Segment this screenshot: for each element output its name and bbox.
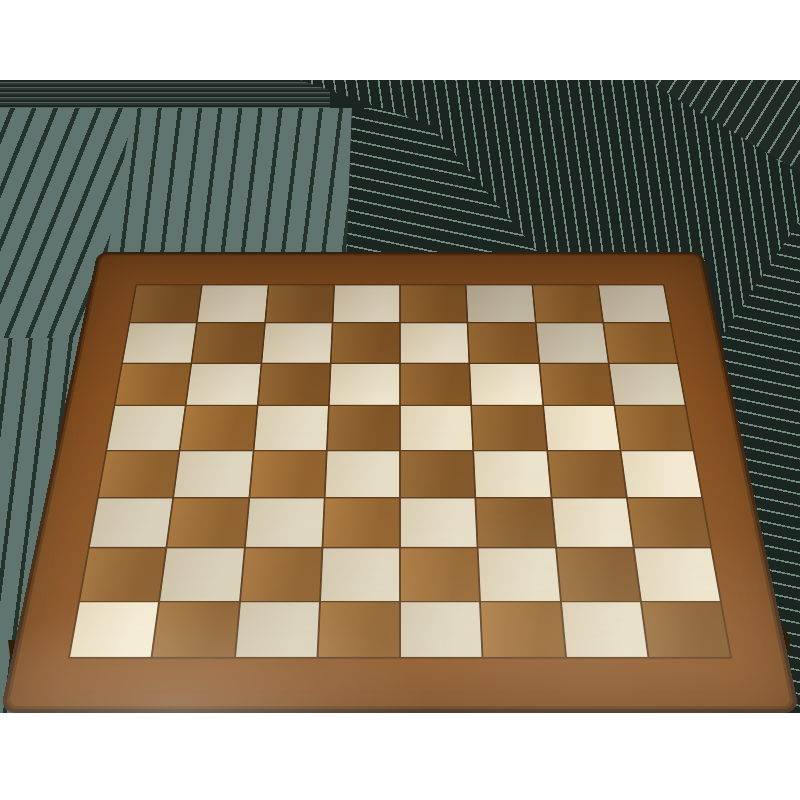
board-square [557,549,640,601]
board-square [187,364,260,405]
board-square [476,498,554,547]
board-square [401,451,475,497]
board-square [401,285,467,322]
board-square [181,406,257,449]
board-square [90,498,173,547]
board-square [467,285,535,322]
board-square [479,549,560,601]
board-square [323,498,399,547]
board-square [254,406,328,449]
board-square [333,285,399,322]
board-square [266,285,334,322]
board-square [250,451,326,497]
board-square [115,364,190,405]
board-square [533,285,602,322]
board-square [470,364,542,405]
board-square [544,406,620,449]
board-square [621,451,701,497]
board-square [241,549,322,601]
board-square [318,602,399,657]
board-square [401,364,471,405]
board-square [174,451,252,497]
board-square [540,364,613,405]
board-square [401,549,479,601]
board-square [160,549,243,601]
photo-area [0,80,800,713]
board-square [99,451,179,497]
board-frame [0,252,800,713]
board-square [321,549,399,601]
board-square [561,602,647,657]
board-square [609,364,684,405]
board-square [236,602,319,657]
board-square [536,324,607,363]
board-square [481,602,564,657]
board-square [474,451,550,497]
board-square [401,602,482,657]
board-square [604,324,677,363]
board-square [634,549,719,601]
board-square [615,406,693,449]
board-square [262,324,332,363]
board-square [548,451,626,497]
board-square [642,602,730,657]
board-square [70,602,158,657]
board-square [80,549,165,601]
board-square [198,285,267,322]
board-square [401,406,473,449]
board-square [107,406,185,449]
board-square [153,602,239,657]
board-square [123,324,196,363]
board-square [331,324,399,363]
board-square [130,285,201,322]
board-square [401,324,469,363]
board-square [472,406,546,449]
board-square [168,498,248,547]
board-square [628,498,711,547]
board-square [329,364,399,405]
board-grid [68,284,732,658]
board-square [599,285,670,322]
board-square [468,324,538,363]
board-square [192,324,263,363]
board-square [258,364,330,405]
board-square [325,451,399,497]
board-square [327,406,399,449]
board-square [245,498,323,547]
board-square [401,498,477,547]
chess-board [0,252,800,713]
board-square [552,498,632,547]
